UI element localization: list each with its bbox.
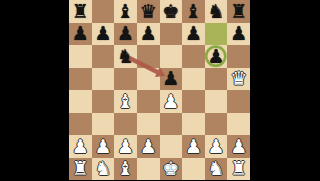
black-rook: ♜ (72, 2, 89, 21)
square-d3[interactable] (137, 113, 160, 136)
letterbox-left (0, 0, 70, 180)
square-b4[interactable] (92, 90, 115, 113)
square-h4[interactable] (227, 90, 250, 113)
white-pawn: ♟ (185, 137, 202, 156)
square-f6[interactable] (182, 45, 205, 68)
black-bishop: ♝ (185, 2, 202, 21)
black-knight: ♞ (208, 2, 225, 21)
square-g5[interactable] (205, 68, 228, 91)
white-bishop: ♝ (117, 159, 134, 178)
square-d6[interactable] (137, 45, 160, 68)
square-c5[interactable] (114, 68, 137, 91)
square-h3[interactable] (227, 113, 250, 136)
square-f1[interactable] (182, 158, 205, 181)
white-pawn: ♟ (140, 137, 157, 156)
white-pawn: ♟ (162, 92, 179, 111)
black-pawn: ♟ (230, 24, 247, 43)
square-b5[interactable] (92, 68, 115, 91)
square-a1[interactable]: ♜ (69, 158, 92, 181)
square-g6[interactable]: ♟ (205, 45, 228, 68)
black-bishop: ♝ (117, 2, 134, 21)
black-pawn: ♟ (94, 24, 111, 43)
white-bishop: ♝ (117, 92, 134, 111)
chess-board-screenshot: ♜♝♛♚♝♞♜♟♟♟♟♟♟♞♟♟♛♝♟♟♟♟♟♟♟♟♜♞♝♚♞♜ (0, 0, 320, 180)
square-h2[interactable]: ♟ (227, 135, 250, 158)
white-queen: ♛ (230, 69, 247, 88)
square-h8[interactable]: ♜ (227, 0, 250, 23)
black-pawn: ♟ (117, 24, 134, 43)
white-king: ♚ (162, 159, 179, 178)
square-c1[interactable]: ♝ (114, 158, 137, 181)
square-b1[interactable]: ♞ (92, 158, 115, 181)
square-e7[interactable] (160, 23, 183, 46)
square-e8[interactable]: ♚ (160, 0, 183, 23)
square-b7[interactable]: ♟ (92, 23, 115, 46)
square-c4[interactable]: ♝ (114, 90, 137, 113)
square-e2[interactable] (160, 135, 183, 158)
white-pawn: ♟ (230, 137, 247, 156)
white-pawn: ♟ (117, 137, 134, 156)
square-f5[interactable] (182, 68, 205, 91)
white-pawn: ♟ (208, 137, 225, 156)
square-a3[interactable] (69, 113, 92, 136)
square-c7[interactable]: ♟ (114, 23, 137, 46)
square-f7[interactable]: ♟ (182, 23, 205, 46)
square-d5[interactable] (137, 68, 160, 91)
square-g4[interactable] (205, 90, 228, 113)
square-f4[interactable] (182, 90, 205, 113)
square-f2[interactable]: ♟ (182, 135, 205, 158)
square-b6[interactable] (92, 45, 115, 68)
chess-board: ♜♝♛♚♝♞♜♟♟♟♟♟♟♞♟♟♛♝♟♟♟♟♟♟♟♟♜♞♝♚♞♜ (69, 0, 250, 180)
square-c3[interactable] (114, 113, 137, 136)
square-g2[interactable]: ♟ (205, 135, 228, 158)
square-f8[interactable]: ♝ (182, 0, 205, 23)
square-a7[interactable]: ♟ (69, 23, 92, 46)
white-pawn: ♟ (72, 137, 89, 156)
white-pawn: ♟ (94, 137, 111, 156)
square-c2[interactable]: ♟ (114, 135, 137, 158)
square-e4[interactable]: ♟ (160, 90, 183, 113)
black-queen: ♛ (140, 2, 157, 21)
black-pawn: ♟ (185, 24, 202, 43)
square-h7[interactable]: ♟ (227, 23, 250, 46)
square-c8[interactable]: ♝ (114, 0, 137, 23)
black-pawn: ♟ (162, 69, 179, 88)
square-d7[interactable]: ♟ (137, 23, 160, 46)
square-e5[interactable]: ♟ (160, 68, 183, 91)
square-b8[interactable] (92, 0, 115, 23)
square-a8[interactable]: ♜ (69, 0, 92, 23)
square-h6[interactable] (227, 45, 250, 68)
square-g8[interactable]: ♞ (205, 0, 228, 23)
square-h5[interactable]: ♛ (227, 68, 250, 91)
square-e6[interactable] (160, 45, 183, 68)
square-a4[interactable] (69, 90, 92, 113)
square-d2[interactable]: ♟ (137, 135, 160, 158)
square-d1[interactable] (137, 158, 160, 181)
black-pawn: ♟ (208, 47, 225, 66)
square-d4[interactable] (137, 90, 160, 113)
square-g7[interactable] (205, 23, 228, 46)
square-b3[interactable] (92, 113, 115, 136)
white-knight: ♞ (94, 159, 111, 178)
white-knight: ♞ (208, 159, 225, 178)
square-g3[interactable] (205, 113, 228, 136)
square-e3[interactable] (160, 113, 183, 136)
black-rook: ♜ (230, 2, 247, 21)
black-king: ♚ (162, 2, 179, 21)
white-rook: ♜ (230, 159, 247, 178)
square-a5[interactable] (69, 68, 92, 91)
square-a6[interactable] (69, 45, 92, 68)
square-d8[interactable]: ♛ (137, 0, 160, 23)
white-rook: ♜ (72, 159, 89, 178)
square-f3[interactable] (182, 113, 205, 136)
square-b2[interactable]: ♟ (92, 135, 115, 158)
black-pawn: ♟ (140, 24, 157, 43)
square-a2[interactable]: ♟ (69, 135, 92, 158)
letterbox-right (250, 0, 320, 180)
black-pawn: ♟ (72, 24, 89, 43)
black-knight: ♞ (117, 47, 134, 66)
square-c6[interactable]: ♞ (114, 45, 137, 68)
square-g1[interactable]: ♞ (205, 158, 228, 181)
square-e1[interactable]: ♚ (160, 158, 183, 181)
square-h1[interactable]: ♜ (227, 158, 250, 181)
